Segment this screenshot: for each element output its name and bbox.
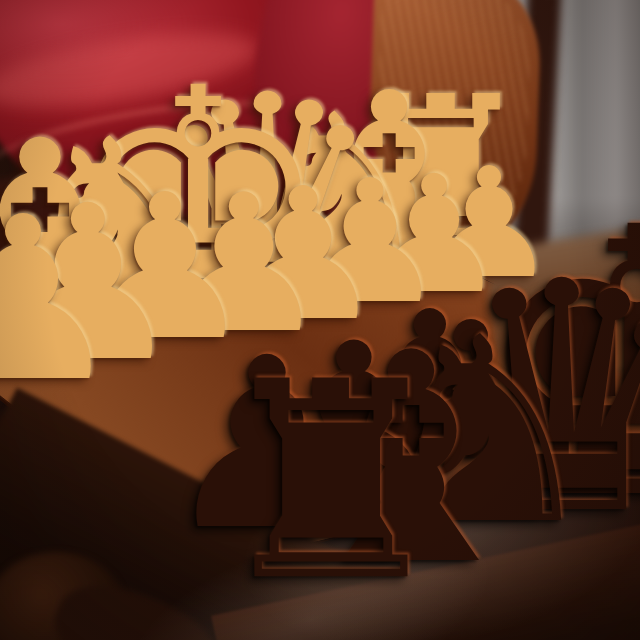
piece-white-queen-e1: ♛ [151,61,382,319]
piece-white-pawn-g2: ♟ [361,154,506,316]
piece-white-rook-h1: ♜ [347,69,535,279]
piece-white-pawn-c2: ♟ [75,168,254,368]
piece-white-knight-f1: ♞ [247,87,435,297]
piece-black-pawn-a7: ♟ [161,327,373,563]
piece-white-bishop-g1: ♝ [288,63,491,289]
piece-white-pawn-b2: ♟ [0,177,184,391]
piece-black-rook-a8: ♜ [209,346,453,618]
piece-white-knight-c1: ♞ [10,108,223,346]
piece-white-pawn-a2: ♟ [0,187,124,413]
piece-black-knight-c8: ♞ [373,303,603,559]
piece-black-queen-d8: ♛ [418,240,640,558]
piece-white-pawn-e2: ♟ [221,164,384,346]
piece-black-king-e8: ♚ [471,180,640,550]
piece-black-pawn-b7: ♟ [254,314,455,538]
piece-white-pawn-h2: ♟ [421,148,557,300]
photo-scene: ♟♟♟♟♟♟♟♟♝♞♚♛♞♝♜♟♟♟♜♝♞♛♚ [0,0,640,640]
piece-white-pawn-f2: ♟ [294,157,446,327]
piece-black-bishop-b8: ♝ [281,315,541,605]
pieces-layer: ♟♟♟♟♟♟♟♟♝♞♚♛♞♝♜♟♟♟♜♝♞♛♚ [0,0,640,640]
piece-white-bishop-b1: ♝ [0,107,156,365]
piece-black-pawn-c7: ♟ [339,285,522,489]
piece-white-king-d1: ♚ [67,50,329,342]
piece-white-pawn-d2: ♟ [159,170,329,360]
